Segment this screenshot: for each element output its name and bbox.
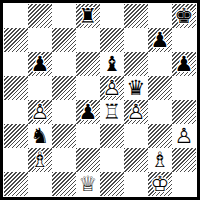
square-b2[interactable]: ♗: [28, 148, 52, 172]
square-f8[interactable]: [124, 4, 148, 28]
black-king-h8: ♚: [172, 4, 196, 28]
square-h6[interactable]: ♟: [172, 52, 196, 76]
square-d3[interactable]: [76, 124, 100, 148]
black-rook-d8: ♜: [76, 4, 100, 28]
white-pawn-e5: ♙: [100, 76, 124, 100]
square-g2[interactable]: ♗: [148, 148, 172, 172]
square-f7[interactable]: [124, 28, 148, 52]
white-queen-d1: ♕: [76, 172, 100, 196]
square-d6[interactable]: [76, 52, 100, 76]
square-g7[interactable]: ♟: [148, 28, 172, 52]
square-e2[interactable]: [100, 148, 124, 172]
square-c6[interactable]: [52, 52, 76, 76]
square-a4[interactable]: [4, 100, 28, 124]
square-c8[interactable]: [52, 4, 76, 28]
square-f2[interactable]: [124, 148, 148, 172]
square-g3[interactable]: [148, 124, 172, 148]
square-h8[interactable]: ♚: [172, 4, 196, 28]
square-b4[interactable]: ♙: [28, 100, 52, 124]
square-e6[interactable]: ♝: [100, 52, 124, 76]
square-c1[interactable]: [52, 172, 76, 196]
square-a1[interactable]: [4, 172, 28, 196]
square-b6[interactable]: ♟: [28, 52, 52, 76]
white-king-g1: ♔: [148, 172, 172, 196]
black-pawn-d4: ♟: [76, 100, 100, 124]
square-h5[interactable]: [172, 76, 196, 100]
white-pawn-f4: ♙: [124, 100, 148, 124]
square-d1[interactable]: ♕: [76, 172, 100, 196]
square-c3[interactable]: [52, 124, 76, 148]
square-e7[interactable]: [100, 28, 124, 52]
white-bishop-b2: ♗: [28, 148, 52, 172]
square-a7[interactable]: [4, 28, 28, 52]
square-d2[interactable]: [76, 148, 100, 172]
square-d5[interactable]: [76, 76, 100, 100]
square-b7[interactable]: [28, 28, 52, 52]
square-f1[interactable]: [124, 172, 148, 196]
white-pawn-b4: ♙: [28, 100, 52, 124]
square-h3[interactable]: ♙: [172, 124, 196, 148]
square-e3[interactable]: [100, 124, 124, 148]
black-queen-f5: ♛: [124, 76, 148, 100]
square-g8[interactable]: [148, 4, 172, 28]
white-pawn-h3: ♙: [172, 124, 196, 148]
square-d4[interactable]: ♟: [76, 100, 100, 124]
square-e4[interactable]: ♖: [100, 100, 124, 124]
white-bishop-g2: ♗: [148, 148, 172, 172]
square-b1[interactable]: [28, 172, 52, 196]
square-g6[interactable]: [148, 52, 172, 76]
square-b3[interactable]: ♞: [28, 124, 52, 148]
square-d8[interactable]: ♜: [76, 4, 100, 28]
square-a8[interactable]: [4, 4, 28, 28]
chess-board: ♜♚♟♟♝♟♙♛♙♟♖♙♞♙♗♗♕♔: [0, 0, 200, 200]
square-b5[interactable]: [28, 76, 52, 100]
square-e5[interactable]: ♙: [100, 76, 124, 100]
square-b8[interactable]: [28, 4, 52, 28]
square-f4[interactable]: ♙: [124, 100, 148, 124]
square-a5[interactable]: [4, 76, 28, 100]
square-f6[interactable]: [124, 52, 148, 76]
black-pawn-g7: ♟: [148, 28, 172, 52]
black-pawn-h6: ♟: [172, 52, 196, 76]
black-knight-b3: ♞: [28, 124, 52, 148]
square-g4[interactable]: [148, 100, 172, 124]
square-h2[interactable]: [172, 148, 196, 172]
black-pawn-b6: ♟: [28, 52, 52, 76]
square-h7[interactable]: [172, 28, 196, 52]
white-rook-e4: ♖: [100, 100, 124, 124]
square-c4[interactable]: [52, 100, 76, 124]
square-e8[interactable]: [100, 4, 124, 28]
square-g5[interactable]: [148, 76, 172, 100]
square-a2[interactable]: [4, 148, 28, 172]
square-c7[interactable]: [52, 28, 76, 52]
square-a3[interactable]: [4, 124, 28, 148]
black-bishop-e6: ♝: [100, 52, 124, 76]
square-h1[interactable]: [172, 172, 196, 196]
square-g1[interactable]: ♔: [148, 172, 172, 196]
square-d7[interactable]: [76, 28, 100, 52]
square-f5[interactable]: ♛: [124, 76, 148, 100]
square-h4[interactable]: [172, 100, 196, 124]
square-c2[interactable]: [52, 148, 76, 172]
square-c5[interactable]: [52, 76, 76, 100]
square-a6[interactable]: [4, 52, 28, 76]
square-f3[interactable]: [124, 124, 148, 148]
square-e1[interactable]: [100, 172, 124, 196]
